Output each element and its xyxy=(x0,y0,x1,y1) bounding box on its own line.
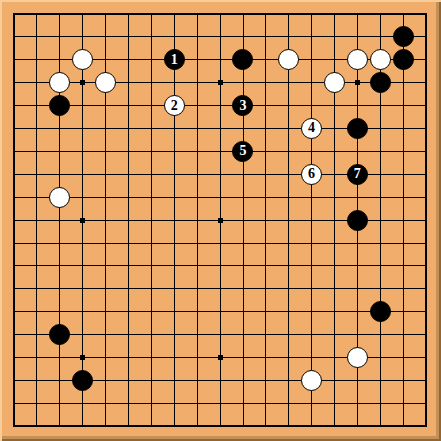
board-cell xyxy=(163,163,186,186)
board-cell xyxy=(25,186,48,209)
black-stone xyxy=(370,301,391,322)
board-cell xyxy=(71,94,94,117)
board-cell xyxy=(415,140,438,163)
board-cell xyxy=(117,209,140,232)
board-cell xyxy=(25,369,48,392)
board-cell xyxy=(392,186,415,209)
board-cell xyxy=(231,277,254,300)
board-cell xyxy=(369,163,392,186)
board-cell xyxy=(186,71,209,94)
board-cell xyxy=(25,48,48,71)
board-cell xyxy=(346,140,369,163)
board-cell xyxy=(117,300,140,323)
board-cell xyxy=(48,346,71,369)
board-cell xyxy=(300,140,323,163)
board-cell xyxy=(369,209,392,232)
board-cell: 1 xyxy=(163,48,186,71)
board-cell xyxy=(254,163,277,186)
board-cell xyxy=(392,163,415,186)
board-cell xyxy=(48,369,71,392)
board-cell: 2 xyxy=(163,94,186,117)
board-cell xyxy=(94,94,117,117)
board-cell: 5 xyxy=(231,140,254,163)
board-cell xyxy=(186,415,209,438)
board-cell xyxy=(186,3,209,26)
board-cell xyxy=(71,163,94,186)
board-cell xyxy=(346,25,369,48)
board-cell xyxy=(369,369,392,392)
board-cell xyxy=(415,231,438,254)
board-cell xyxy=(140,117,163,140)
board-cell xyxy=(300,186,323,209)
board-cell xyxy=(323,392,346,415)
board-cell xyxy=(346,346,369,369)
board-cell xyxy=(25,415,48,438)
board-cell xyxy=(94,231,117,254)
board-cell xyxy=(254,300,277,323)
board-cell xyxy=(117,277,140,300)
board-cell xyxy=(277,323,300,346)
board-cell xyxy=(117,323,140,346)
board-cell xyxy=(140,94,163,117)
board-cell xyxy=(300,71,323,94)
black-stone xyxy=(72,370,93,391)
board-cell xyxy=(277,254,300,277)
board-cell xyxy=(254,392,277,415)
board-cell xyxy=(300,48,323,71)
white-stone-move-6: 6 xyxy=(301,164,322,185)
board-cell: 6 xyxy=(300,163,323,186)
board-cell xyxy=(392,254,415,277)
board-cell xyxy=(323,186,346,209)
board-cell xyxy=(48,48,71,71)
white-stone xyxy=(278,49,299,70)
board-cell xyxy=(163,254,186,277)
board-cell xyxy=(48,140,71,163)
board-cell xyxy=(163,117,186,140)
board-cell xyxy=(117,3,140,26)
board-cell xyxy=(71,231,94,254)
board-cell xyxy=(117,48,140,71)
go-board: 1234567 xyxy=(0,0,441,441)
board-cell xyxy=(209,94,232,117)
board-cell xyxy=(323,140,346,163)
board-cell xyxy=(209,323,232,346)
board-cell xyxy=(94,346,117,369)
board-cell xyxy=(277,369,300,392)
board-cell xyxy=(277,277,300,300)
board-cell xyxy=(323,94,346,117)
board-cell xyxy=(231,231,254,254)
board-cell xyxy=(369,231,392,254)
board-cell xyxy=(254,3,277,26)
board-cell xyxy=(117,346,140,369)
board-cell xyxy=(94,300,117,323)
board-cell xyxy=(277,209,300,232)
board-cell xyxy=(186,346,209,369)
board-cell xyxy=(415,25,438,48)
board-cell xyxy=(186,231,209,254)
board-cell xyxy=(163,3,186,26)
board-cell xyxy=(254,346,277,369)
board-cell xyxy=(186,94,209,117)
board-cell xyxy=(369,300,392,323)
board-cell xyxy=(346,369,369,392)
board-cell xyxy=(254,140,277,163)
board-cell xyxy=(231,369,254,392)
black-stone-move-5: 5 xyxy=(232,141,253,162)
board-cell xyxy=(323,209,346,232)
board-cell xyxy=(94,140,117,163)
board-cell xyxy=(25,346,48,369)
board-cell xyxy=(3,415,26,438)
board-cell xyxy=(323,117,346,140)
board-cell xyxy=(323,254,346,277)
board-cell xyxy=(323,163,346,186)
board-cell xyxy=(3,392,26,415)
board-cell xyxy=(25,3,48,26)
board-cell xyxy=(300,3,323,26)
board-cell xyxy=(48,231,71,254)
board-cell xyxy=(415,300,438,323)
board-cell xyxy=(48,323,71,346)
board-cell xyxy=(186,254,209,277)
board-cell xyxy=(209,254,232,277)
board-cell xyxy=(25,140,48,163)
board-cell xyxy=(140,300,163,323)
board-cell xyxy=(415,48,438,71)
board-cell xyxy=(163,140,186,163)
board-cell xyxy=(48,186,71,209)
board-cell xyxy=(300,254,323,277)
board-cell xyxy=(186,186,209,209)
board-cell xyxy=(277,25,300,48)
board-cell xyxy=(25,323,48,346)
board-cell xyxy=(209,3,232,26)
board-cell xyxy=(3,25,26,48)
board-cell xyxy=(323,25,346,48)
board-cell xyxy=(48,392,71,415)
board-cell xyxy=(209,346,232,369)
board-cell xyxy=(231,71,254,94)
board-cell xyxy=(231,186,254,209)
board-cell xyxy=(71,415,94,438)
board-cell xyxy=(140,25,163,48)
board-cell: 4 xyxy=(300,117,323,140)
white-stone xyxy=(347,49,368,70)
board-cell xyxy=(231,415,254,438)
board-cell xyxy=(3,3,26,26)
black-stone xyxy=(347,118,368,139)
board-cell xyxy=(71,346,94,369)
board-cell xyxy=(300,277,323,300)
board-cell xyxy=(48,163,71,186)
board-cell xyxy=(277,231,300,254)
board-cell xyxy=(140,277,163,300)
board-cell xyxy=(140,415,163,438)
board-cell xyxy=(117,71,140,94)
board-cell xyxy=(323,277,346,300)
board-cell xyxy=(231,300,254,323)
board-cell xyxy=(94,323,117,346)
board-cell xyxy=(392,346,415,369)
board-cell xyxy=(209,369,232,392)
board-cell xyxy=(277,71,300,94)
board-cell xyxy=(392,209,415,232)
board-cell xyxy=(25,71,48,94)
white-stone xyxy=(324,72,345,93)
board-cell xyxy=(415,415,438,438)
board-cell xyxy=(277,48,300,71)
board-cell xyxy=(140,254,163,277)
black-stone xyxy=(49,95,70,116)
board-cell xyxy=(25,163,48,186)
board-cell xyxy=(48,25,71,48)
white-stone xyxy=(301,370,322,391)
board-cell xyxy=(3,369,26,392)
board-cell xyxy=(231,48,254,71)
board-cell xyxy=(186,392,209,415)
board-cell xyxy=(163,392,186,415)
board-cell xyxy=(117,94,140,117)
board-cell xyxy=(392,94,415,117)
board-cell xyxy=(209,117,232,140)
board-cell xyxy=(254,94,277,117)
board-cell xyxy=(254,186,277,209)
board-cell xyxy=(25,231,48,254)
board-cell xyxy=(25,300,48,323)
board-cell xyxy=(163,25,186,48)
board-cell xyxy=(254,254,277,277)
board-cell xyxy=(48,71,71,94)
board-cell xyxy=(48,3,71,26)
board-cell xyxy=(3,117,26,140)
board-cell xyxy=(254,48,277,71)
board-cell xyxy=(415,323,438,346)
board-cell xyxy=(415,392,438,415)
board-cell xyxy=(25,277,48,300)
board-cell xyxy=(3,323,26,346)
board-cell xyxy=(323,48,346,71)
board-cell xyxy=(323,231,346,254)
board-cell xyxy=(369,117,392,140)
board-cell xyxy=(254,231,277,254)
board-cell xyxy=(323,323,346,346)
board-cell xyxy=(369,392,392,415)
board-cell xyxy=(186,209,209,232)
board-cell xyxy=(277,163,300,186)
white-stone-move-2: 2 xyxy=(164,95,185,116)
board-cell xyxy=(415,346,438,369)
board-cell xyxy=(346,323,369,346)
black-stone xyxy=(393,26,414,47)
board-cell xyxy=(209,186,232,209)
board-cell xyxy=(186,277,209,300)
board-cell xyxy=(300,369,323,392)
board-cell xyxy=(300,94,323,117)
board-cell xyxy=(231,163,254,186)
board-cell xyxy=(346,71,369,94)
board-cell xyxy=(231,323,254,346)
board-grid: 1234567 xyxy=(3,3,438,438)
black-stone xyxy=(232,49,253,70)
board-cell xyxy=(94,392,117,415)
board-cell xyxy=(231,25,254,48)
board-cell xyxy=(3,186,26,209)
board-cell xyxy=(186,140,209,163)
board-cell xyxy=(300,346,323,369)
board-cell xyxy=(94,117,117,140)
board-cell xyxy=(415,117,438,140)
board-cell xyxy=(117,415,140,438)
board-cell xyxy=(25,25,48,48)
board-cell xyxy=(277,3,300,26)
board-cell xyxy=(346,277,369,300)
black-stone xyxy=(370,72,391,93)
board-cell xyxy=(392,140,415,163)
board-cell xyxy=(3,71,26,94)
board-cell xyxy=(209,231,232,254)
white-stone-move-4: 4 xyxy=(301,118,322,139)
board-cell xyxy=(369,140,392,163)
board-cell xyxy=(48,277,71,300)
board-cell xyxy=(277,392,300,415)
board-cell xyxy=(369,186,392,209)
board-cell xyxy=(323,300,346,323)
board-cell xyxy=(71,117,94,140)
board-cell xyxy=(369,277,392,300)
board-cell xyxy=(3,94,26,117)
board-cell xyxy=(25,117,48,140)
board-cell xyxy=(117,25,140,48)
board-cell xyxy=(186,117,209,140)
board-cell xyxy=(277,117,300,140)
board-cell xyxy=(300,300,323,323)
board-cell xyxy=(3,163,26,186)
board-cell xyxy=(277,346,300,369)
board-cell xyxy=(186,163,209,186)
board-cell xyxy=(3,48,26,71)
board-cell xyxy=(346,94,369,117)
board-cell xyxy=(71,186,94,209)
black-stone-move-3: 3 xyxy=(232,95,253,116)
board-cell xyxy=(163,231,186,254)
board-cell xyxy=(392,48,415,71)
board-cell xyxy=(415,94,438,117)
board-cell xyxy=(369,346,392,369)
board-cell xyxy=(117,254,140,277)
board-cell xyxy=(94,71,117,94)
board-cell xyxy=(94,48,117,71)
board-cell xyxy=(140,346,163,369)
board-cell xyxy=(369,323,392,346)
board-cell xyxy=(48,209,71,232)
board-cell xyxy=(94,25,117,48)
board-cell xyxy=(163,71,186,94)
board-cell xyxy=(369,254,392,277)
white-stone xyxy=(72,49,93,70)
board-cell xyxy=(346,209,369,232)
board-cell xyxy=(231,3,254,26)
board-cell xyxy=(3,209,26,232)
board-cell xyxy=(140,48,163,71)
board-cell xyxy=(346,415,369,438)
board-cell xyxy=(186,323,209,346)
board-cell xyxy=(277,186,300,209)
board-cell xyxy=(392,300,415,323)
board-cell xyxy=(415,209,438,232)
board-cell xyxy=(323,415,346,438)
board-cell xyxy=(25,392,48,415)
board-cell xyxy=(163,346,186,369)
board-cell xyxy=(209,277,232,300)
board-cell xyxy=(277,415,300,438)
board-cell xyxy=(209,48,232,71)
board-cell xyxy=(209,140,232,163)
board-cell xyxy=(392,323,415,346)
board-cell xyxy=(117,392,140,415)
board-cell xyxy=(392,392,415,415)
board-cell xyxy=(163,415,186,438)
board-cell xyxy=(392,3,415,26)
board-cell xyxy=(300,209,323,232)
board-cell xyxy=(25,209,48,232)
board-cell xyxy=(415,163,438,186)
board-cell xyxy=(300,25,323,48)
board-cell xyxy=(163,323,186,346)
board-cell xyxy=(323,71,346,94)
board-cell xyxy=(71,140,94,163)
board-cell xyxy=(117,140,140,163)
board-cell xyxy=(231,254,254,277)
board-cell xyxy=(48,117,71,140)
board-cell xyxy=(415,3,438,26)
board-cell xyxy=(346,48,369,71)
board-cell xyxy=(254,277,277,300)
board-cell xyxy=(415,369,438,392)
board-cell: 3 xyxy=(231,94,254,117)
board-cell xyxy=(140,369,163,392)
board-cell xyxy=(323,346,346,369)
board-cell xyxy=(231,346,254,369)
board-cell xyxy=(48,254,71,277)
board-cell xyxy=(254,415,277,438)
white-stone xyxy=(370,49,391,70)
board-cell xyxy=(140,3,163,26)
board-cell xyxy=(209,415,232,438)
board-cell xyxy=(3,140,26,163)
board-cell xyxy=(277,94,300,117)
board-cell xyxy=(392,117,415,140)
board-cell xyxy=(186,300,209,323)
board-cell xyxy=(94,415,117,438)
board-cell xyxy=(3,346,26,369)
board-cell xyxy=(392,277,415,300)
board-cell xyxy=(323,3,346,26)
board-cell xyxy=(254,323,277,346)
board-cell xyxy=(163,300,186,323)
board-cell xyxy=(3,231,26,254)
board-cell xyxy=(140,323,163,346)
board-cell xyxy=(94,277,117,300)
board-cell xyxy=(254,71,277,94)
board-cell xyxy=(25,94,48,117)
board-cell xyxy=(140,209,163,232)
board-cell xyxy=(71,48,94,71)
board-cell xyxy=(209,392,232,415)
board-cell xyxy=(346,300,369,323)
black-stone xyxy=(393,49,414,70)
